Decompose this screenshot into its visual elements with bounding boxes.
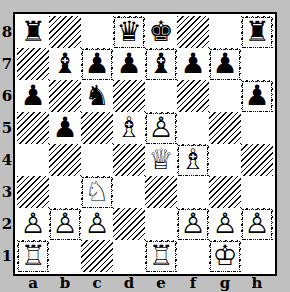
square-d4[interactable] bbox=[113, 144, 145, 176]
square-f8[interactable] bbox=[177, 16, 209, 48]
piece-white-knight: ♘ bbox=[83, 178, 111, 207]
square-b7[interactable]: ♝ bbox=[49, 48, 81, 80]
piece-black-knight: ♞ bbox=[83, 82, 111, 111]
piece-white-queen: ♕ bbox=[147, 146, 175, 175]
square-d1[interactable] bbox=[113, 240, 145, 272]
rank-label-1: 1 bbox=[0, 240, 14, 272]
piece-black-pawn: ♟ bbox=[115, 50, 143, 79]
piece-white-pawn: ♙ bbox=[19, 210, 47, 239]
piece-black-pawn: ♟ bbox=[243, 82, 271, 111]
square-f1[interactable] bbox=[177, 240, 209, 272]
square-g1[interactable]: ♔ bbox=[209, 240, 241, 272]
square-c8[interactable] bbox=[81, 16, 113, 48]
square-e8[interactable]: ♚ bbox=[145, 16, 177, 48]
rank-label-8: 8 bbox=[0, 16, 14, 48]
square-g7[interactable]: ♟ bbox=[209, 48, 241, 80]
rank-label-3: 3 bbox=[0, 176, 14, 208]
square-a6[interactable]: ♟ bbox=[17, 80, 49, 112]
piece-black-rook: ♜ bbox=[19, 18, 47, 47]
piece-black-pawn: ♟ bbox=[211, 50, 239, 79]
rank-label-7: 7 bbox=[0, 48, 14, 80]
square-d2[interactable] bbox=[113, 208, 145, 240]
square-g4[interactable] bbox=[209, 144, 241, 176]
file-label-d: d bbox=[113, 275, 145, 291]
square-g6[interactable] bbox=[209, 80, 241, 112]
square-f2[interactable]: ♙ bbox=[177, 208, 209, 240]
square-f6[interactable] bbox=[177, 80, 209, 112]
piece-black-pawn: ♟ bbox=[83, 50, 111, 79]
rank-label-2: 2 bbox=[0, 208, 14, 240]
rank-label-4: 4 bbox=[0, 144, 14, 176]
file-label-g: g bbox=[209, 275, 241, 291]
piece-black-pawn: ♟ bbox=[19, 82, 47, 111]
square-b8[interactable] bbox=[49, 16, 81, 48]
square-a2[interactable]: ♙ bbox=[17, 208, 49, 240]
square-b2[interactable]: ♙ bbox=[49, 208, 81, 240]
piece-white-bishop: ♗ bbox=[115, 114, 143, 143]
square-e5[interactable]: ♙ bbox=[145, 112, 177, 144]
piece-black-queen: ♛ bbox=[115, 18, 143, 47]
board-plate: ♜♛♚♜♝♟♟♝♟♟♟♞♟♟♗♙♕♗♘♙♙♙♙♙♙♖♖♔ bbox=[13, 12, 277, 276]
piece-white-rook: ♖ bbox=[147, 242, 175, 271]
file-label-a: a bbox=[17, 275, 49, 291]
square-e7[interactable]: ♝ bbox=[145, 48, 177, 80]
chess-board: ♜♛♚♜♝♟♟♝♟♟♟♞♟♟♗♙♕♗♘♙♙♙♙♙♙♖♖♔ bbox=[17, 16, 273, 272]
piece-black-rook: ♜ bbox=[243, 18, 271, 47]
square-c4[interactable] bbox=[81, 144, 113, 176]
square-c6[interactable]: ♞ bbox=[81, 80, 113, 112]
square-g5[interactable] bbox=[209, 112, 241, 144]
square-d8[interactable]: ♛ bbox=[113, 16, 145, 48]
file-labels: abcdefgh bbox=[17, 275, 273, 291]
square-h6[interactable]: ♟ bbox=[241, 80, 273, 112]
square-e2[interactable] bbox=[145, 208, 177, 240]
file-label-h: h bbox=[241, 275, 273, 291]
square-b6[interactable] bbox=[49, 80, 81, 112]
square-d5[interactable]: ♗ bbox=[113, 112, 145, 144]
square-h4[interactable] bbox=[241, 144, 273, 176]
piece-black-king: ♚ bbox=[147, 18, 175, 47]
square-h7[interactable] bbox=[241, 48, 273, 80]
square-f4[interactable]: ♗ bbox=[177, 144, 209, 176]
piece-black-bishop: ♝ bbox=[147, 50, 175, 79]
file-label-f: f bbox=[177, 275, 209, 291]
piece-white-bishop: ♗ bbox=[179, 146, 207, 175]
square-g8[interactable] bbox=[209, 16, 241, 48]
file-label-b: b bbox=[49, 275, 81, 291]
square-f5[interactable] bbox=[177, 112, 209, 144]
chess-diagram: 87654321 ♜♛♚♜♝♟♟♝♟♟♟♞♟♟♗♙♕♗♘♙♙♙♙♙♙♖♖♔ ab… bbox=[0, 0, 290, 292]
file-label-e: e bbox=[145, 275, 177, 291]
square-b3[interactable] bbox=[49, 176, 81, 208]
rank-label-6: 6 bbox=[0, 80, 14, 112]
rank-labels: 87654321 bbox=[0, 16, 14, 272]
square-g3[interactable] bbox=[209, 176, 241, 208]
square-e3[interactable] bbox=[145, 176, 177, 208]
square-a8[interactable]: ♜ bbox=[17, 16, 49, 48]
square-d7[interactable]: ♟ bbox=[113, 48, 145, 80]
square-b5[interactable]: ♟ bbox=[49, 112, 81, 144]
square-a7[interactable] bbox=[17, 48, 49, 80]
square-g2[interactable]: ♙ bbox=[209, 208, 241, 240]
piece-white-rook: ♖ bbox=[19, 242, 47, 271]
square-a3[interactable] bbox=[17, 176, 49, 208]
square-a5[interactable] bbox=[17, 112, 49, 144]
rank-label-5: 5 bbox=[0, 112, 14, 144]
square-d6[interactable] bbox=[113, 80, 145, 112]
square-c2[interactable]: ♙ bbox=[81, 208, 113, 240]
square-c1[interactable] bbox=[81, 240, 113, 272]
piece-white-pawn: ♙ bbox=[211, 210, 239, 239]
piece-white-pawn: ♙ bbox=[179, 210, 207, 239]
square-e1[interactable]: ♖ bbox=[145, 240, 177, 272]
piece-black-pawn: ♟ bbox=[179, 50, 207, 79]
piece-white-pawn: ♙ bbox=[147, 114, 175, 143]
piece-black-pawn: ♟ bbox=[51, 114, 79, 143]
square-h3[interactable] bbox=[241, 176, 273, 208]
square-h5[interactable] bbox=[241, 112, 273, 144]
square-a4[interactable] bbox=[17, 144, 49, 176]
square-b4[interactable] bbox=[49, 144, 81, 176]
file-label-c: c bbox=[81, 275, 113, 291]
piece-white-king: ♔ bbox=[211, 242, 239, 271]
square-c3[interactable]: ♘ bbox=[81, 176, 113, 208]
square-b1[interactable] bbox=[49, 240, 81, 272]
square-f3[interactable] bbox=[177, 176, 209, 208]
piece-white-pawn: ♙ bbox=[83, 210, 111, 239]
square-c5[interactable] bbox=[81, 112, 113, 144]
square-e6[interactable] bbox=[145, 80, 177, 112]
square-f7[interactable]: ♟ bbox=[177, 48, 209, 80]
piece-white-pawn: ♙ bbox=[243, 210, 271, 239]
square-h2[interactable]: ♙ bbox=[241, 208, 273, 240]
square-d3[interactable] bbox=[113, 176, 145, 208]
square-c7[interactable]: ♟ bbox=[81, 48, 113, 80]
piece-white-pawn: ♙ bbox=[51, 210, 79, 239]
square-a1[interactable]: ♖ bbox=[17, 240, 49, 272]
square-h1[interactable] bbox=[241, 240, 273, 272]
square-h8[interactable]: ♜ bbox=[241, 16, 273, 48]
square-e4[interactable]: ♕ bbox=[145, 144, 177, 176]
piece-black-bishop: ♝ bbox=[51, 50, 79, 79]
